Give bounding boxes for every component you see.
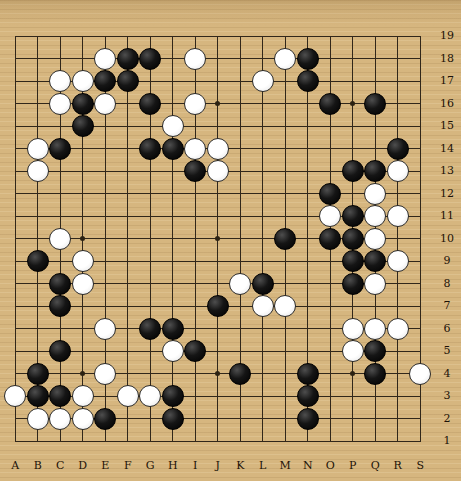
board-intersection-H15[interactable] [162, 115, 185, 138]
board-intersection-F9[interactable] [117, 250, 140, 273]
board-intersection-B3[interactable] [27, 385, 50, 408]
board-intersection-G9[interactable] [139, 250, 162, 273]
board-intersection-E8[interactable] [94, 273, 117, 296]
board-intersection-O8[interactable] [319, 273, 342, 296]
board-intersection-F5[interactable] [117, 340, 140, 363]
board-intersection-O9[interactable] [319, 250, 342, 273]
board-intersection-L4[interactable] [252, 363, 275, 386]
board-intersection-N19[interactable] [297, 25, 320, 48]
board-intersection-G17[interactable] [139, 70, 162, 93]
board-intersection-A15[interactable] [4, 115, 27, 138]
board-intersection-F7[interactable] [117, 295, 140, 318]
board-intersection-P6[interactable] [342, 318, 365, 341]
board-intersection-C8[interactable] [49, 273, 72, 296]
board-intersection-O14[interactable] [319, 138, 342, 161]
board-intersection-D7[interactable] [72, 295, 95, 318]
board-intersection-P12[interactable] [342, 183, 365, 206]
board-intersection-O18[interactable] [319, 48, 342, 71]
board-intersection-C3[interactable] [49, 385, 72, 408]
board-intersection-R13[interactable] [387, 160, 410, 183]
board-intersection-K9[interactable] [229, 250, 252, 273]
board-intersection-K19[interactable] [229, 25, 252, 48]
board-intersection-O17[interactable] [319, 70, 342, 93]
board-intersection-D6[interactable] [72, 318, 95, 341]
board-intersection-R11[interactable] [387, 205, 410, 228]
board-intersection-H9[interactable] [162, 250, 185, 273]
board-intersection-S14[interactable] [409, 138, 432, 161]
board-intersection-I1[interactable] [184, 430, 207, 453]
board-intersection-H7[interactable] [162, 295, 185, 318]
board-intersection-E6[interactable] [94, 318, 117, 341]
board-intersection-C2[interactable] [49, 408, 72, 431]
board-intersection-R4[interactable] [387, 363, 410, 386]
board-intersection-R10[interactable] [387, 228, 410, 251]
board-intersection-D12[interactable] [72, 183, 95, 206]
board-intersection-G4[interactable] [139, 363, 162, 386]
board-intersection-R9[interactable] [387, 250, 410, 273]
board-intersection-M7[interactable] [274, 295, 297, 318]
board-intersection-S13[interactable] [409, 160, 432, 183]
board-intersection-C18[interactable] [49, 48, 72, 71]
board-intersection-F12[interactable] [117, 183, 140, 206]
board-intersection-I4[interactable] [184, 363, 207, 386]
board-intersection-P17[interactable] [342, 70, 365, 93]
board-intersection-J1[interactable] [207, 430, 230, 453]
board-intersection-N6[interactable] [297, 318, 320, 341]
board-intersection-H12[interactable] [162, 183, 185, 206]
board-intersection-R6[interactable] [387, 318, 410, 341]
board-intersection-A1[interactable] [4, 430, 27, 453]
board-intersection-Q4[interactable] [364, 363, 387, 386]
board-intersection-P1[interactable] [342, 430, 365, 453]
board-intersection-O11[interactable] [319, 205, 342, 228]
board-intersection-P2[interactable] [342, 408, 365, 431]
board-intersection-O2[interactable] [319, 408, 342, 431]
board-intersection-D10[interactable] [72, 228, 95, 251]
board-intersection-I3[interactable] [184, 385, 207, 408]
board-intersection-M19[interactable] [274, 25, 297, 48]
board-intersection-H5[interactable] [162, 340, 185, 363]
board-intersection-C5[interactable] [49, 340, 72, 363]
board-intersection-Q12[interactable] [364, 183, 387, 206]
board-intersection-F3[interactable] [117, 385, 140, 408]
board-intersection-B4[interactable] [27, 363, 50, 386]
board-intersection-Q17[interactable] [364, 70, 387, 93]
board-intersection-B6[interactable] [27, 318, 50, 341]
board-intersection-L7[interactable] [252, 295, 275, 318]
board-intersection-M9[interactable] [274, 250, 297, 273]
board-intersection-E5[interactable] [94, 340, 117, 363]
board-intersection-O3[interactable] [319, 385, 342, 408]
board-intersection-F13[interactable] [117, 160, 140, 183]
board-intersection-A2[interactable] [4, 408, 27, 431]
board-intersection-N9[interactable] [297, 250, 320, 273]
board-intersection-E17[interactable] [94, 70, 117, 93]
board-intersection-H2[interactable] [162, 408, 185, 431]
board-intersection-R17[interactable] [387, 70, 410, 93]
board-intersection-S4[interactable] [409, 363, 432, 386]
board-intersection-J6[interactable] [207, 318, 230, 341]
board-intersection-G7[interactable] [139, 295, 162, 318]
board-intersection-A8[interactable] [4, 273, 27, 296]
board-intersection-O12[interactable] [319, 183, 342, 206]
board-intersection-G19[interactable] [139, 25, 162, 48]
board-intersection-Q8[interactable] [364, 273, 387, 296]
board-intersection-J5[interactable] [207, 340, 230, 363]
board-intersection-A18[interactable] [4, 48, 27, 71]
board-intersection-F4[interactable] [117, 363, 140, 386]
board-intersection-Q14[interactable] [364, 138, 387, 161]
board-intersection-S7[interactable] [409, 295, 432, 318]
board-intersection-R5[interactable] [387, 340, 410, 363]
board-intersection-O13[interactable] [319, 160, 342, 183]
board-intersection-I18[interactable] [184, 48, 207, 71]
board-intersection-J13[interactable] [207, 160, 230, 183]
board-intersection-I10[interactable] [184, 228, 207, 251]
board-intersection-B14[interactable] [27, 138, 50, 161]
board-intersection-K6[interactable] [229, 318, 252, 341]
board-intersection-J18[interactable] [207, 48, 230, 71]
board-intersection-P3[interactable] [342, 385, 365, 408]
board-intersection-Q7[interactable] [364, 295, 387, 318]
board-intersection-D18[interactable] [72, 48, 95, 71]
board-intersection-M5[interactable] [274, 340, 297, 363]
board-intersection-A6[interactable] [4, 318, 27, 341]
board-intersection-A13[interactable] [4, 160, 27, 183]
board-intersection-K10[interactable] [229, 228, 252, 251]
board-intersection-F11[interactable] [117, 205, 140, 228]
board-intersection-L6[interactable] [252, 318, 275, 341]
board-intersection-J14[interactable] [207, 138, 230, 161]
board-intersection-N12[interactable] [297, 183, 320, 206]
board-intersection-G12[interactable] [139, 183, 162, 206]
board-intersection-O5[interactable] [319, 340, 342, 363]
board-intersection-G1[interactable] [139, 430, 162, 453]
board-intersection-P10[interactable] [342, 228, 365, 251]
board-intersection-E2[interactable] [94, 408, 117, 431]
board-intersection-P5[interactable] [342, 340, 365, 363]
board-intersection-B13[interactable] [27, 160, 50, 183]
board-intersection-J12[interactable] [207, 183, 230, 206]
board-intersection-I2[interactable] [184, 408, 207, 431]
board-intersection-D13[interactable] [72, 160, 95, 183]
board-intersection-S19[interactable] [409, 25, 432, 48]
board-intersection-F15[interactable] [117, 115, 140, 138]
board-intersection-F10[interactable] [117, 228, 140, 251]
board-intersection-Q11[interactable] [364, 205, 387, 228]
board-intersection-K8[interactable] [229, 273, 252, 296]
board-intersection-O15[interactable] [319, 115, 342, 138]
board-intersection-F1[interactable] [117, 430, 140, 453]
board-intersection-O19[interactable] [319, 25, 342, 48]
board-intersection-L19[interactable] [252, 25, 275, 48]
board-intersection-J8[interactable] [207, 273, 230, 296]
board-intersection-S16[interactable] [409, 93, 432, 116]
board-intersection-D16[interactable] [72, 93, 95, 116]
board-intersection-K15[interactable] [229, 115, 252, 138]
board-intersection-E3[interactable] [94, 385, 117, 408]
board-intersection-A12[interactable] [4, 183, 27, 206]
board-intersection-A10[interactable] [4, 228, 27, 251]
board-intersection-A9[interactable] [4, 250, 27, 273]
board-intersection-J4[interactable] [207, 363, 230, 386]
board-intersection-I12[interactable] [184, 183, 207, 206]
board-intersection-Q9[interactable] [364, 250, 387, 273]
board-intersection-E10[interactable] [94, 228, 117, 251]
board-intersection-S17[interactable] [409, 70, 432, 93]
board-intersection-N7[interactable] [297, 295, 320, 318]
board-intersection-M6[interactable] [274, 318, 297, 341]
board-intersection-S2[interactable] [409, 408, 432, 431]
board-intersection-D2[interactable] [72, 408, 95, 431]
board-intersection-G10[interactable] [139, 228, 162, 251]
board-intersection-L10[interactable] [252, 228, 275, 251]
board-intersection-R19[interactable] [387, 25, 410, 48]
board-intersection-K12[interactable] [229, 183, 252, 206]
board-intersection-S3[interactable] [409, 385, 432, 408]
board-intersection-E12[interactable] [94, 183, 117, 206]
board-intersection-C12[interactable] [49, 183, 72, 206]
board-intersection-N14[interactable] [297, 138, 320, 161]
board-intersection-I14[interactable] [184, 138, 207, 161]
board-intersection-F19[interactable] [117, 25, 140, 48]
board-intersection-P18[interactable] [342, 48, 365, 71]
board-intersection-R15[interactable] [387, 115, 410, 138]
board-intersection-N16[interactable] [297, 93, 320, 116]
board-intersection-G3[interactable] [139, 385, 162, 408]
board-intersection-M12[interactable] [274, 183, 297, 206]
board-intersection-K16[interactable] [229, 93, 252, 116]
board-intersection-K2[interactable] [229, 408, 252, 431]
board-intersection-L5[interactable] [252, 340, 275, 363]
board-intersection-C4[interactable] [49, 363, 72, 386]
board-intersection-K7[interactable] [229, 295, 252, 318]
board-intersection-N8[interactable] [297, 273, 320, 296]
board-intersection-C11[interactable] [49, 205, 72, 228]
board-intersection-L9[interactable] [252, 250, 275, 273]
board-intersection-C6[interactable] [49, 318, 72, 341]
board-intersection-D19[interactable] [72, 25, 95, 48]
board-intersection-E14[interactable] [94, 138, 117, 161]
board-intersection-G13[interactable] [139, 160, 162, 183]
board-intersection-D11[interactable] [72, 205, 95, 228]
board-intersection-B7[interactable] [27, 295, 50, 318]
board-intersection-D17[interactable] [72, 70, 95, 93]
board-intersection-G5[interactable] [139, 340, 162, 363]
board-intersection-C16[interactable] [49, 93, 72, 116]
board-intersection-D8[interactable] [72, 273, 95, 296]
board-intersection-I9[interactable] [184, 250, 207, 273]
board-intersection-P14[interactable] [342, 138, 365, 161]
board-intersection-M16[interactable] [274, 93, 297, 116]
board-intersection-N13[interactable] [297, 160, 320, 183]
board-intersection-K3[interactable] [229, 385, 252, 408]
board-intersection-I13[interactable] [184, 160, 207, 183]
board-intersection-E16[interactable] [94, 93, 117, 116]
board-intersection-E15[interactable] [94, 115, 117, 138]
board-intersection-R8[interactable] [387, 273, 410, 296]
board-intersection-L14[interactable] [252, 138, 275, 161]
board-intersection-Q3[interactable] [364, 385, 387, 408]
board-intersection-B2[interactable] [27, 408, 50, 431]
board-intersection-Q10[interactable] [364, 228, 387, 251]
board-intersection-P19[interactable] [342, 25, 365, 48]
board-intersection-N2[interactable] [297, 408, 320, 431]
board-intersection-P9[interactable] [342, 250, 365, 273]
board-intersection-R12[interactable] [387, 183, 410, 206]
board-intersection-D4[interactable] [72, 363, 95, 386]
board-intersection-K14[interactable] [229, 138, 252, 161]
board-intersection-J17[interactable] [207, 70, 230, 93]
board-intersection-M2[interactable] [274, 408, 297, 431]
board-intersection-C19[interactable] [49, 25, 72, 48]
board-intersection-M13[interactable] [274, 160, 297, 183]
board-intersection-L13[interactable] [252, 160, 275, 183]
board-intersection-H10[interactable] [162, 228, 185, 251]
board-intersection-E19[interactable] [94, 25, 117, 48]
board-intersection-Q16[interactable] [364, 93, 387, 116]
board-intersection-M4[interactable] [274, 363, 297, 386]
board-intersection-M11[interactable] [274, 205, 297, 228]
board-intersection-J11[interactable] [207, 205, 230, 228]
board-intersection-O10[interactable] [319, 228, 342, 251]
board-intersection-N17[interactable] [297, 70, 320, 93]
board-intersection-E1[interactable] [94, 430, 117, 453]
board-intersection-M3[interactable] [274, 385, 297, 408]
board-intersection-Q1[interactable] [364, 430, 387, 453]
board-intersection-F14[interactable] [117, 138, 140, 161]
board-intersection-S18[interactable] [409, 48, 432, 71]
board-intersection-J16[interactable] [207, 93, 230, 116]
board-intersection-M10[interactable] [274, 228, 297, 251]
board-intersection-P7[interactable] [342, 295, 365, 318]
board-intersection-B9[interactable] [27, 250, 50, 273]
board-intersection-K17[interactable] [229, 70, 252, 93]
board-intersection-O6[interactable] [319, 318, 342, 341]
board-intersection-Q19[interactable] [364, 25, 387, 48]
board-intersection-H11[interactable] [162, 205, 185, 228]
board-intersection-A3[interactable] [4, 385, 27, 408]
board-intersection-L3[interactable] [252, 385, 275, 408]
board-intersection-M1[interactable] [274, 430, 297, 453]
board-intersection-B1[interactable] [27, 430, 50, 453]
board-intersection-J9[interactable] [207, 250, 230, 273]
board-intersection-P8[interactable] [342, 273, 365, 296]
board-intersection-B12[interactable] [27, 183, 50, 206]
board-intersection-M15[interactable] [274, 115, 297, 138]
board-intersection-L18[interactable] [252, 48, 275, 71]
board-intersection-K4[interactable] [229, 363, 252, 386]
board-intersection-S12[interactable] [409, 183, 432, 206]
board-intersection-O16[interactable] [319, 93, 342, 116]
board-intersection-A7[interactable] [4, 295, 27, 318]
board-intersection-I8[interactable] [184, 273, 207, 296]
board-intersection-H13[interactable] [162, 160, 185, 183]
board-intersection-S8[interactable] [409, 273, 432, 296]
board-intersection-J2[interactable] [207, 408, 230, 431]
board-intersection-R2[interactable] [387, 408, 410, 431]
board-intersection-E11[interactable] [94, 205, 117, 228]
board-intersection-Q15[interactable] [364, 115, 387, 138]
board-intersection-N10[interactable] [297, 228, 320, 251]
board-intersection-N4[interactable] [297, 363, 320, 386]
board-intersection-H4[interactable] [162, 363, 185, 386]
board-intersection-C1[interactable] [49, 430, 72, 453]
board-intersection-R3[interactable] [387, 385, 410, 408]
board-intersection-D3[interactable] [72, 385, 95, 408]
board-intersection-K18[interactable] [229, 48, 252, 71]
board-intersection-P15[interactable] [342, 115, 365, 138]
board-intersection-K11[interactable] [229, 205, 252, 228]
board-intersection-C7[interactable] [49, 295, 72, 318]
board-intersection-S10[interactable] [409, 228, 432, 251]
board-intersection-B18[interactable] [27, 48, 50, 71]
board-intersection-E7[interactable] [94, 295, 117, 318]
board-intersection-I19[interactable] [184, 25, 207, 48]
board-intersection-P13[interactable] [342, 160, 365, 183]
board-intersection-G14[interactable] [139, 138, 162, 161]
board-intersection-N1[interactable] [297, 430, 320, 453]
board-intersection-O7[interactable] [319, 295, 342, 318]
board-intersection-M18[interactable] [274, 48, 297, 71]
board-intersection-E9[interactable] [94, 250, 117, 273]
board-intersection-C10[interactable] [49, 228, 72, 251]
board-intersection-F2[interactable] [117, 408, 140, 431]
board-intersection-E18[interactable] [94, 48, 117, 71]
board-intersection-N15[interactable] [297, 115, 320, 138]
board-intersection-I17[interactable] [184, 70, 207, 93]
board-intersection-G2[interactable] [139, 408, 162, 431]
board-intersection-J3[interactable] [207, 385, 230, 408]
board-intersection-I6[interactable] [184, 318, 207, 341]
board-intersection-G15[interactable] [139, 115, 162, 138]
board-intersection-L15[interactable] [252, 115, 275, 138]
board-intersection-O4[interactable] [319, 363, 342, 386]
board-intersection-A16[interactable] [4, 93, 27, 116]
board-intersection-Q6[interactable] [364, 318, 387, 341]
board-intersection-A5[interactable] [4, 340, 27, 363]
board-intersection-R7[interactable] [387, 295, 410, 318]
board-intersection-A14[interactable] [4, 138, 27, 161]
board-intersection-R14[interactable] [387, 138, 410, 161]
board-intersection-K5[interactable] [229, 340, 252, 363]
board-intersection-J19[interactable] [207, 25, 230, 48]
board-intersection-F6[interactable] [117, 318, 140, 341]
board-intersection-R18[interactable] [387, 48, 410, 71]
board-intersection-H6[interactable] [162, 318, 185, 341]
board-intersection-Q2[interactable] [364, 408, 387, 431]
board-intersection-G16[interactable] [139, 93, 162, 116]
board-intersection-J7[interactable] [207, 295, 230, 318]
board-intersection-Q13[interactable] [364, 160, 387, 183]
board-intersection-F16[interactable] [117, 93, 140, 116]
board-intersection-A17[interactable] [4, 70, 27, 93]
board-intersection-F17[interactable] [117, 70, 140, 93]
board-intersection-A19[interactable] [4, 25, 27, 48]
board-intersection-L17[interactable] [252, 70, 275, 93]
board-intersection-H19[interactable] [162, 25, 185, 48]
board-intersection-H18[interactable] [162, 48, 185, 71]
board-intersection-H3[interactable] [162, 385, 185, 408]
board-intersection-C14[interactable] [49, 138, 72, 161]
board-intersection-H14[interactable] [162, 138, 185, 161]
board-intersection-S11[interactable] [409, 205, 432, 228]
board-intersection-B8[interactable] [27, 273, 50, 296]
board-intersection-A11[interactable] [4, 205, 27, 228]
board-intersection-G18[interactable] [139, 48, 162, 71]
board-intersection-I11[interactable] [184, 205, 207, 228]
board-intersection-N3[interactable] [297, 385, 320, 408]
